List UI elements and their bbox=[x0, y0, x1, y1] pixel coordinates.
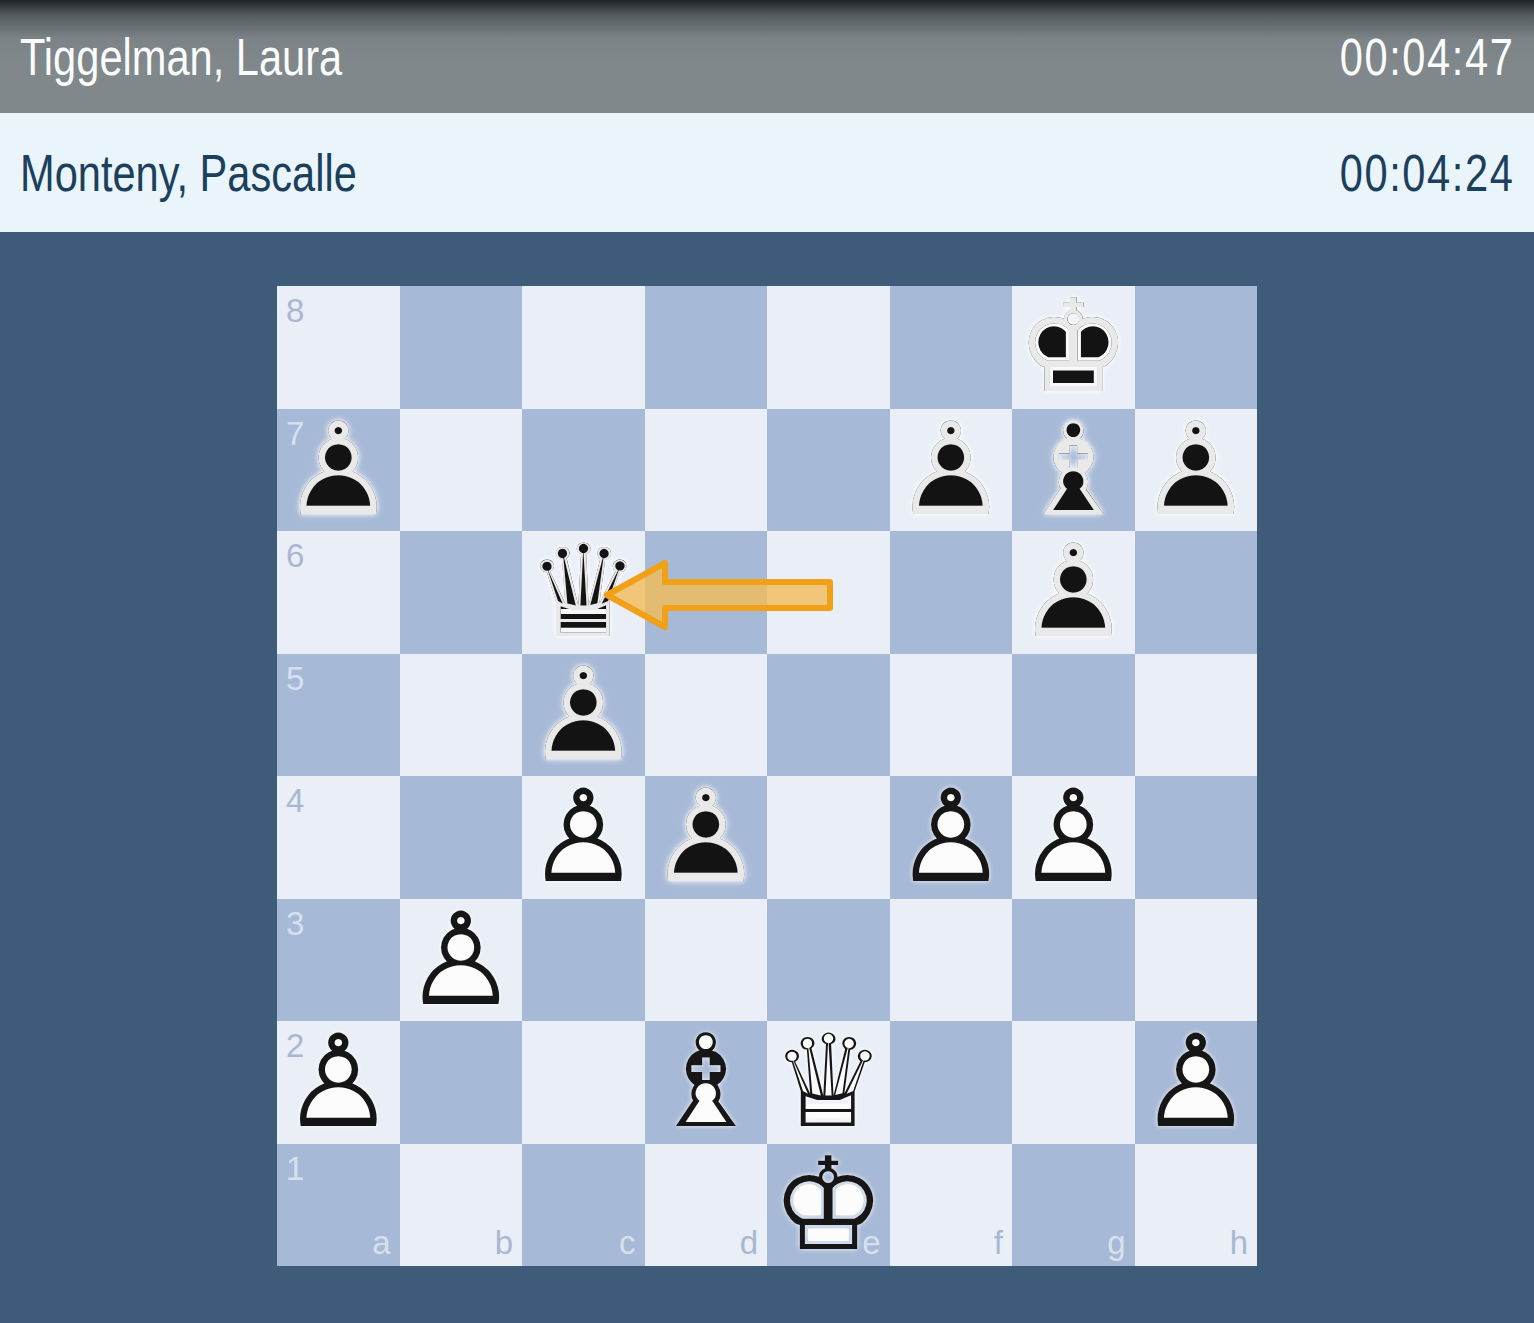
square-f1[interactable]: f bbox=[890, 1144, 1013, 1267]
file-label-f: f bbox=[994, 1226, 1003, 1259]
square-a5[interactable]: 5 bbox=[277, 654, 400, 777]
square-e3[interactable] bbox=[767, 899, 890, 1022]
white-pawn[interactable]: ♟♙ bbox=[522, 776, 645, 899]
square-f6[interactable] bbox=[890, 531, 1013, 654]
square-b3[interactable]: ♟♙ bbox=[400, 899, 523, 1022]
square-h2[interactable]: ♟♙ bbox=[1135, 1021, 1258, 1144]
black-pawn[interactable]: ♟♙ bbox=[890, 409, 1013, 532]
player-bottom-clock: 00:04:24 bbox=[1339, 147, 1514, 199]
piece-glyph-outline: ♕ bbox=[767, 1021, 890, 1144]
black-queen[interactable]: ♛♕ bbox=[522, 531, 645, 654]
black-pawn[interactable]: ♟♙ bbox=[645, 776, 768, 899]
square-h6[interactable] bbox=[1135, 531, 1258, 654]
square-d2[interactable]: ♝♗ bbox=[645, 1021, 768, 1144]
piece-glyph-outline: ♕ bbox=[522, 531, 645, 654]
black-bishop[interactable]: ♝♗ bbox=[1012, 409, 1135, 532]
square-g1[interactable]: g bbox=[1012, 1144, 1135, 1267]
rank-label-4: 4 bbox=[286, 784, 304, 817]
piece-glyph-outline: ♙ bbox=[277, 409, 400, 532]
player-top-clock: 00:04:47 bbox=[1339, 31, 1514, 83]
square-a6[interactable]: 6 bbox=[277, 531, 400, 654]
square-g8[interactable]: ♚♔ bbox=[1012, 286, 1135, 409]
square-f7[interactable]: ♟♙ bbox=[890, 409, 1013, 532]
piece-glyph-outline: ♙ bbox=[1135, 409, 1258, 532]
square-f4[interactable]: ♟♙ bbox=[890, 776, 1013, 899]
rank-label-8: 8 bbox=[286, 294, 304, 327]
square-h1[interactable]: h bbox=[1135, 1144, 1258, 1267]
piece-glyph-outline: ♗ bbox=[1012, 409, 1135, 532]
white-pawn[interactable]: ♟♙ bbox=[277, 1021, 400, 1144]
player-top-name: Tiggelman, Laura bbox=[20, 31, 342, 83]
black-pawn[interactable]: ♟♙ bbox=[1135, 409, 1258, 532]
piece-glyph-outline: ♙ bbox=[522, 654, 645, 777]
square-a8[interactable]: 8 bbox=[277, 286, 400, 409]
piece-glyph-outline: ♙ bbox=[890, 409, 1013, 532]
file-label-d: d bbox=[740, 1226, 758, 1259]
square-f5[interactable] bbox=[890, 654, 1013, 777]
piece-glyph-outline: ♗ bbox=[645, 1021, 768, 1144]
file-label-h: h bbox=[1230, 1226, 1248, 1259]
square-d7[interactable] bbox=[645, 409, 768, 532]
square-h5[interactable] bbox=[1135, 654, 1258, 777]
square-e4[interactable] bbox=[767, 776, 890, 899]
square-e7[interactable] bbox=[767, 409, 890, 532]
square-d6[interactable] bbox=[645, 531, 768, 654]
player-top-bar: Tiggelman, Laura 00:04:47 bbox=[0, 0, 1534, 113]
white-queen[interactable]: ♛♕ bbox=[767, 1021, 890, 1144]
square-c6[interactable]: ♛♕ bbox=[522, 531, 645, 654]
square-c5[interactable]: ♟♙ bbox=[522, 654, 645, 777]
square-d5[interactable] bbox=[645, 654, 768, 777]
piece-glyph-outline: ♙ bbox=[400, 899, 523, 1022]
square-d4[interactable]: ♟♙ bbox=[645, 776, 768, 899]
white-pawn[interactable]: ♟♙ bbox=[1135, 1021, 1258, 1144]
square-b2[interactable] bbox=[400, 1021, 523, 1144]
piece-glyph-outline: ♙ bbox=[1135, 1021, 1258, 1144]
square-c7[interactable] bbox=[522, 409, 645, 532]
file-label-g: g bbox=[1107, 1226, 1125, 1259]
square-d8[interactable] bbox=[645, 286, 768, 409]
square-g2[interactable] bbox=[1012, 1021, 1135, 1144]
square-b8[interactable] bbox=[400, 286, 523, 409]
square-h8[interactable] bbox=[1135, 286, 1258, 409]
square-e2[interactable]: ♛♕ bbox=[767, 1021, 890, 1144]
player-bottom-bar: Monteny, Pascalle 00:04:24 bbox=[0, 113, 1534, 232]
square-g4[interactable]: ♟♙ bbox=[1012, 776, 1135, 899]
piece-glyph-outline: ♔ bbox=[767, 1144, 890, 1267]
square-a1[interactable]: 1a bbox=[277, 1144, 400, 1267]
square-d1[interactable]: d bbox=[645, 1144, 768, 1267]
square-a3[interactable]: 3 bbox=[277, 899, 400, 1022]
player-bottom-name: Monteny, Pascalle bbox=[20, 147, 357, 199]
piece-glyph-outline: ♙ bbox=[522, 776, 645, 899]
square-c2[interactable] bbox=[522, 1021, 645, 1144]
file-label-a: a bbox=[372, 1226, 390, 1259]
piece-glyph-outline: ♙ bbox=[1012, 531, 1135, 654]
black-king[interactable]: ♚♔ bbox=[1012, 286, 1135, 409]
square-d3[interactable] bbox=[645, 899, 768, 1022]
black-pawn[interactable]: ♟♙ bbox=[522, 654, 645, 777]
chess-board: 8♚♔7♟♙♟♙♝♗♟♙6♛♕♟♙5♟♙4♟♙♟♙♟♙♟♙3♟♙2♟♙♝♗♛♕♟… bbox=[277, 286, 1257, 1266]
square-a2[interactable]: 2♟♙ bbox=[277, 1021, 400, 1144]
piece-glyph-outline: ♔ bbox=[1012, 286, 1135, 409]
rank-label-5: 5 bbox=[286, 662, 304, 695]
file-label-b: b bbox=[495, 1226, 513, 1259]
white-pawn[interactable]: ♟♙ bbox=[1012, 776, 1135, 899]
square-e8[interactable] bbox=[767, 286, 890, 409]
square-h3[interactable] bbox=[1135, 899, 1258, 1022]
piece-glyph-outline: ♙ bbox=[1012, 776, 1135, 899]
white-pawn[interactable]: ♟♙ bbox=[400, 899, 523, 1022]
white-bishop[interactable]: ♝♗ bbox=[645, 1021, 768, 1144]
game-screen: Tiggelman, Laura 00:04:47 Monteny, Pasca… bbox=[0, 0, 1534, 1323]
square-g7[interactable]: ♝♗ bbox=[1012, 409, 1135, 532]
square-a7[interactable]: 7♟♙ bbox=[277, 409, 400, 532]
piece-glyph-outline: ♙ bbox=[645, 776, 768, 899]
square-c3[interactable] bbox=[522, 899, 645, 1022]
square-f8[interactable] bbox=[890, 286, 1013, 409]
piece-glyph-outline: ♙ bbox=[277, 1021, 400, 1144]
square-b6[interactable] bbox=[400, 531, 523, 654]
square-g5[interactable] bbox=[1012, 654, 1135, 777]
square-h7[interactable]: ♟♙ bbox=[1135, 409, 1258, 532]
square-c8[interactable] bbox=[522, 286, 645, 409]
square-b7[interactable] bbox=[400, 409, 523, 532]
white-pawn[interactable]: ♟♙ bbox=[890, 776, 1013, 899]
square-c1[interactable]: c bbox=[522, 1144, 645, 1267]
square-b1[interactable]: b bbox=[400, 1144, 523, 1267]
square-e5[interactable] bbox=[767, 654, 890, 777]
square-f2[interactable] bbox=[890, 1021, 1013, 1144]
rank-label-3: 3 bbox=[286, 907, 304, 940]
square-b5[interactable] bbox=[400, 654, 523, 777]
square-c4[interactable]: ♟♙ bbox=[522, 776, 645, 899]
square-a4[interactable]: 4 bbox=[277, 776, 400, 899]
square-g3[interactable] bbox=[1012, 899, 1135, 1022]
file-label-c: c bbox=[619, 1226, 636, 1259]
square-e6[interactable] bbox=[767, 531, 890, 654]
rank-label-6: 6 bbox=[286, 539, 304, 572]
square-b4[interactable] bbox=[400, 776, 523, 899]
white-king[interactable]: ♚♔ bbox=[767, 1144, 890, 1267]
square-e1[interactable]: e♚♔ bbox=[767, 1144, 890, 1267]
square-g6[interactable]: ♟♙ bbox=[1012, 531, 1135, 654]
rank-label-1: 1 bbox=[286, 1152, 304, 1185]
square-f3[interactable] bbox=[890, 899, 1013, 1022]
square-h4[interactable] bbox=[1135, 776, 1258, 899]
piece-glyph-outline: ♙ bbox=[890, 776, 1013, 899]
black-pawn[interactable]: ♟♙ bbox=[277, 409, 400, 532]
black-pawn[interactable]: ♟♙ bbox=[1012, 531, 1135, 654]
